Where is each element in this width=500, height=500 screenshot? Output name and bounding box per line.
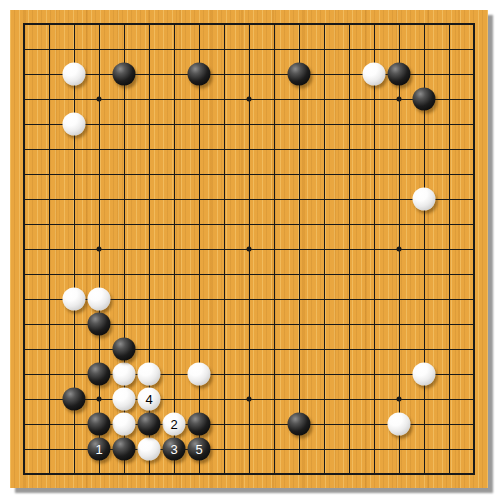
- black-stone[interactable]: [188, 413, 211, 436]
- grid-line-vertical: [374, 24, 375, 475]
- move-number-label: 4: [145, 393, 152, 406]
- grid-line-vertical: [349, 24, 350, 475]
- white-stone[interactable]: [113, 413, 136, 436]
- star-point: [247, 97, 252, 102]
- black-stone-move-5[interactable]: 5: [188, 438, 211, 461]
- star-point: [97, 397, 102, 402]
- black-stone[interactable]: [288, 63, 311, 86]
- black-stone[interactable]: [88, 413, 111, 436]
- white-stone[interactable]: [138, 363, 161, 386]
- black-stone[interactable]: [413, 88, 436, 111]
- grid-line-horizontal: [24, 349, 475, 350]
- star-point: [247, 247, 252, 252]
- black-stone[interactable]: [138, 413, 161, 436]
- grid-line-vertical: [274, 24, 275, 475]
- grid-line-vertical: [449, 24, 450, 475]
- black-stone-move-1[interactable]: 1: [88, 438, 111, 461]
- move-number-label: 5: [195, 443, 202, 456]
- black-stone[interactable]: [188, 63, 211, 86]
- black-stone[interactable]: [288, 413, 311, 436]
- white-stone[interactable]: [63, 288, 86, 311]
- black-stone[interactable]: [63, 388, 86, 411]
- white-stone-move-4[interactable]: 4: [138, 388, 161, 411]
- grid-line-vertical: [324, 24, 325, 475]
- page: 42135: [0, 0, 500, 500]
- move-number-label: 1: [95, 443, 102, 456]
- grid-line-horizontal: [24, 274, 475, 275]
- star-point: [397, 397, 402, 402]
- black-stone[interactable]: [88, 313, 111, 336]
- star-point: [97, 97, 102, 102]
- white-stone[interactable]: [63, 113, 86, 136]
- move-number-label: 2: [170, 418, 177, 431]
- white-stone[interactable]: [413, 363, 436, 386]
- move-number-label: 3: [170, 443, 177, 456]
- white-stone[interactable]: [188, 363, 211, 386]
- grid-line-vertical: [299, 24, 300, 475]
- white-stone[interactable]: [363, 63, 386, 86]
- white-stone[interactable]: [413, 188, 436, 211]
- white-stone[interactable]: [138, 438, 161, 461]
- star-point: [97, 247, 102, 252]
- go-board[interactable]: 42135: [10, 10, 488, 488]
- black-stone[interactable]: [113, 438, 136, 461]
- white-stone[interactable]: [113, 388, 136, 411]
- star-point: [397, 247, 402, 252]
- star-point: [397, 97, 402, 102]
- white-stone-move-2[interactable]: 2: [163, 413, 186, 436]
- star-point: [247, 397, 252, 402]
- white-stone[interactable]: [88, 288, 111, 311]
- white-stone[interactable]: [113, 363, 136, 386]
- black-stone[interactable]: [88, 363, 111, 386]
- black-stone[interactable]: [113, 338, 136, 361]
- white-stone[interactable]: [388, 413, 411, 436]
- white-stone[interactable]: [63, 63, 86, 86]
- black-stone-move-3[interactable]: 3: [163, 438, 186, 461]
- black-stone[interactable]: [388, 63, 411, 86]
- black-stone[interactable]: [113, 63, 136, 86]
